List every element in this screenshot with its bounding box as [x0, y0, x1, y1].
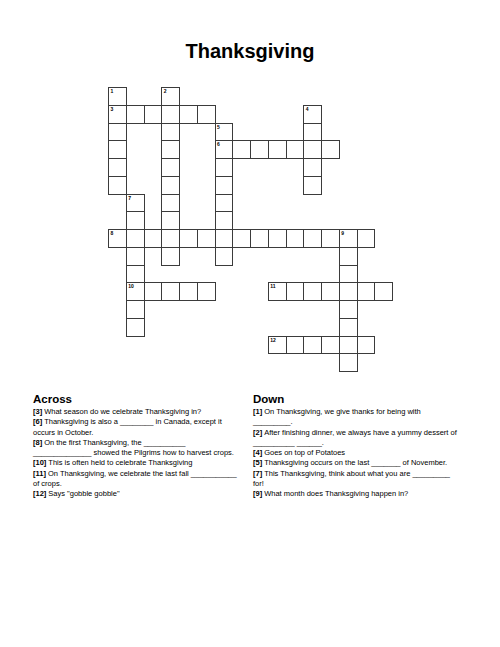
grid-cell-r8c0[interactable]: 8	[108, 229, 127, 248]
clue-across-10: [10]This is often held to celebrate Than…	[33, 458, 243, 468]
grid-cell-r9c13[interactable]	[339, 247, 358, 266]
grid-cell-r12c13[interactable]	[339, 300, 358, 319]
clue-across-11: [11]On Thanksgiving, we celebrate the la…	[33, 469, 243, 490]
grid-cell-r1c1[interactable]	[126, 105, 145, 124]
grid-cell-r6c1[interactable]: 7	[126, 194, 145, 213]
grid-cell-r4c11[interactable]	[303, 158, 322, 177]
grid-cell-r8c13[interactable]: 9	[339, 229, 358, 248]
grid-cell-r11c10[interactable]	[286, 282, 305, 301]
grid-cell-r3c8[interactable]	[250, 140, 269, 159]
clue-number-label: [1]	[253, 407, 262, 416]
grid-cell-r10c1[interactable]	[126, 265, 145, 284]
grid-cell-r5c0[interactable]	[108, 176, 127, 195]
clue-text: On the first Thanksgiving, the _________…	[33, 438, 234, 457]
clue-down-1: [1]On Thanksgiving, we give thanks for b…	[253, 407, 458, 428]
clue-number-label: [8]	[33, 438, 42, 447]
cell-number: 9	[341, 230, 344, 237]
clue-text: Thanksgiving occurs on the last _______ …	[264, 458, 447, 467]
clue-text: This Thanksgiving, think about what you …	[253, 469, 450, 488]
grid-cell-r14c9[interactable]: 12	[268, 336, 287, 355]
grid-cell-r1c2[interactable]	[144, 105, 163, 124]
clue-number-label: [11]	[33, 469, 46, 478]
clue-number-label: [4]	[253, 448, 262, 457]
clue-number-label: [9]	[253, 489, 262, 498]
cell-number: 7	[128, 195, 131, 202]
grid-cell-r3c6[interactable]: 6	[215, 140, 234, 159]
grid-cell-r10c13[interactable]	[339, 265, 358, 284]
clue-text: Thanksgiving is also a ________ in Canad…	[33, 417, 222, 436]
grid-cell-r11c12[interactable]	[321, 282, 340, 301]
grid-cell-r4c0[interactable]	[108, 158, 127, 177]
clue-number-label: [12]	[33, 489, 46, 498]
grid-cell-r14c11[interactable]	[303, 336, 322, 355]
grid-cell-r3c9[interactable]	[268, 140, 287, 159]
grid-cell-r2c0[interactable]	[108, 123, 127, 142]
down-header: Down	[253, 393, 458, 406]
grid-cell-r8c11[interactable]	[303, 229, 322, 248]
clue-number-label: [2]	[253, 428, 262, 437]
grid-cell-r3c3[interactable]	[161, 140, 180, 159]
grid-cell-r8c8[interactable]	[250, 229, 269, 248]
grid-cell-r9c1[interactable]	[126, 247, 145, 266]
cell-number: 3	[111, 106, 114, 113]
clue-number-label: [10]	[33, 458, 46, 467]
clue-text: Says "gobble gobble"	[48, 489, 119, 498]
grid-cell-r8c3[interactable]	[161, 229, 180, 248]
clue-across-6: [6]Thanksgiving is also a ________ in Ca…	[33, 417, 243, 438]
grid-cell-r2c6[interactable]: 5	[215, 123, 234, 142]
clue-text: On Thanksgiving, we give thanks for bein…	[253, 407, 421, 426]
cell-number: 8	[111, 230, 114, 237]
clue-number-label: [5]	[253, 458, 262, 467]
grid-cell-r9c3[interactable]	[161, 247, 180, 266]
clue-down-9: [9]What month does Thanksgiving happen i…	[253, 489, 458, 499]
grid-cell-r11c1[interactable]: 10	[126, 282, 145, 301]
clue-number-label: [6]	[33, 417, 42, 426]
grid-cell-r1c11[interactable]: 4	[303, 105, 322, 124]
crossword-grid: 123456789101112	[108, 87, 394, 373]
cell-number: 4	[306, 106, 309, 113]
cell-number: 11	[270, 283, 275, 290]
clue-across-12: [12]Says "gobble gobble"	[33, 489, 243, 499]
grid-cell-r0c3[interactable]: 2	[161, 87, 180, 106]
grid-cell-r4c6[interactable]	[215, 158, 234, 177]
grid-cell-r3c12[interactable]	[321, 140, 340, 159]
clue-text: This is often held to celebrate Thanksgi…	[48, 458, 192, 467]
clue-text: On Thanksgiving, we celebrate the last f…	[33, 469, 237, 488]
grid-cell-r14c12[interactable]	[321, 336, 340, 355]
grid-cell-r11c4[interactable]	[179, 282, 198, 301]
grid-cell-r8c9[interactable]	[268, 229, 287, 248]
grid-cell-r11c15[interactable]	[374, 282, 393, 301]
grid-cell-r11c2[interactable]	[144, 282, 163, 301]
grid-cell-r7c1[interactable]	[126, 211, 145, 230]
grid-cell-r15c13[interactable]	[339, 353, 358, 372]
grid-cell-r1c3[interactable]	[161, 105, 180, 124]
down-clues-section: Down [1]On Thanksgiving, we give thanks …	[253, 393, 458, 500]
grid-cell-r13c13[interactable]	[339, 318, 358, 337]
cell-number: 2	[164, 88, 167, 95]
grid-cell-r2c3[interactable]	[161, 123, 180, 142]
clue-down-5: [5]Thanksgiving occurs on the last _____…	[253, 458, 458, 468]
grid-cell-r4c3[interactable]	[161, 158, 180, 177]
grid-cell-r8c2[interactable]	[144, 229, 163, 248]
grid-cell-r8c7[interactable]	[232, 229, 251, 248]
grid-cell-r3c10[interactable]	[286, 140, 305, 159]
grid-cell-r0c0[interactable]: 1	[108, 87, 127, 106]
puzzle-title: Thanksgiving	[0, 41, 500, 62]
grid-cell-r5c3[interactable]	[161, 176, 180, 195]
grid-cell-r6c3[interactable]	[161, 194, 180, 213]
grid-cell-r11c14[interactable]	[357, 282, 376, 301]
grid-cell-r8c4[interactable]	[179, 229, 198, 248]
grid-cell-r8c6[interactable]	[215, 229, 234, 248]
grid-cell-r12c1[interactable]	[126, 300, 145, 319]
grid-cell-r14c10[interactable]	[286, 336, 305, 355]
clue-number-label: [3]	[33, 407, 42, 416]
grid-cell-r1c4[interactable]	[179, 105, 198, 124]
grid-cell-r1c5[interactable]	[197, 105, 216, 124]
grid-cell-r13c1[interactable]	[126, 318, 145, 337]
clue-text: What month does Thanksgiving happen in?	[264, 489, 408, 498]
grid-cell-r11c3[interactable]	[161, 282, 180, 301]
grid-cell-r11c9[interactable]: 11	[268, 282, 287, 301]
cell-number: 1	[111, 88, 114, 95]
grid-cell-r7c6[interactable]	[215, 211, 234, 230]
grid-cell-r8c14[interactable]	[357, 229, 376, 248]
across-header: Across	[33, 393, 243, 406]
clue-text: What season do we celebrate Thanksgiving…	[44, 407, 201, 416]
clue-text: After finishing dinner, we always have a…	[253, 428, 457, 447]
grid-cell-r9c6[interactable]	[215, 247, 234, 266]
grid-cell-r7c3[interactable]	[161, 211, 180, 230]
grid-cell-r8c5[interactable]	[197, 229, 216, 248]
grid-cell-r11c5[interactable]	[197, 282, 216, 301]
clue-across-8: [8]On the first Thanksgiving, the ______…	[33, 438, 243, 459]
grid-cell-r8c12[interactable]	[321, 229, 340, 248]
down-clue-list: [1]On Thanksgiving, we give thanks for b…	[253, 407, 458, 500]
cell-number: 12	[270, 337, 276, 344]
grid-cell-r5c6[interactable]	[215, 176, 234, 195]
grid-cell-r6c6[interactable]	[215, 194, 234, 213]
cell-number: 10	[128, 283, 134, 290]
grid-cell-r2c11[interactable]	[303, 123, 322, 142]
grid-cell-r3c7[interactable]	[232, 140, 251, 159]
grid-cell-r8c1[interactable]	[126, 229, 145, 248]
across-clue-list: [3]What season do we celebrate Thanksgiv…	[33, 407, 243, 500]
cell-number: 5	[217, 124, 220, 131]
grid-cell-r3c11[interactable]	[303, 140, 322, 159]
clue-down-4: [4]Goes on top of Potatoes	[253, 448, 458, 458]
clue-across-3: [3]What season do we celebrate Thanksgiv…	[33, 407, 243, 417]
grid-cell-r11c13[interactable]	[339, 282, 358, 301]
clue-down-7: [7]This Thanksgiving, think about what y…	[253, 469, 458, 490]
crossword-page: Thanksgiving 123456789101112 Across [3]W…	[0, 0, 500, 647]
clue-number-label: [7]	[253, 469, 262, 478]
grid-cell-r14c13[interactable]	[339, 336, 358, 355]
grid-cell-r14c14[interactable]	[357, 336, 376, 355]
clue-text: Goes on top of Potatoes	[264, 448, 345, 457]
across-clues-section: Across [3]What season do we celebrate Th…	[33, 393, 243, 500]
grid-cell-r8c10[interactable]	[286, 229, 305, 248]
grid-cell-r1c0[interactable]: 3	[108, 105, 127, 124]
grid-cell-r5c11[interactable]	[303, 176, 322, 195]
clue-down-2: [2]After finishing dinner, we always hav…	[253, 428, 458, 449]
cell-number: 6	[217, 141, 220, 148]
grid-cell-r3c0[interactable]	[108, 140, 127, 159]
grid-cell-r11c11[interactable]	[303, 282, 322, 301]
